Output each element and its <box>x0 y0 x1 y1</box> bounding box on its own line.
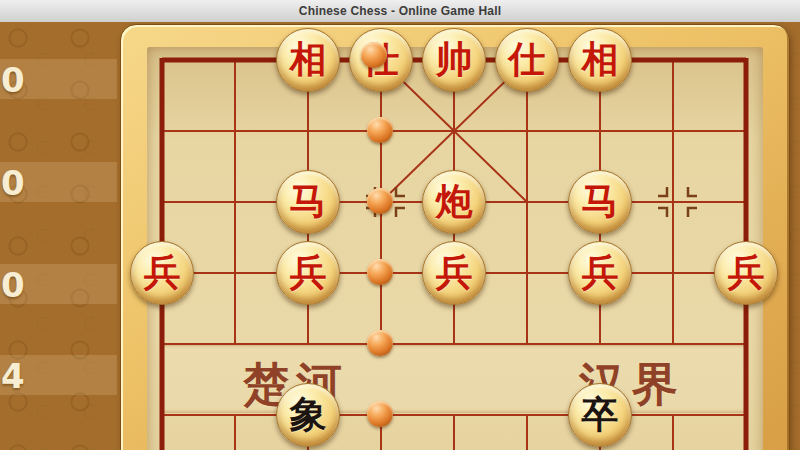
stat-value: 4 <box>1 356 25 396</box>
stat-band: 0 <box>0 264 117 304</box>
window-title: Chinese Chess - Online Game Hall <box>299 4 501 18</box>
piece-red-soldier[interactable]: 兵 <box>276 241 340 305</box>
title-bar: Chinese Chess - Online Game Hall <box>0 0 800 23</box>
piece-red-soldier[interactable]: 兵 <box>714 241 778 305</box>
stat-band: 0 <box>0 59 117 99</box>
piece-red-elephant[interactable]: 相 <box>568 28 632 92</box>
piece-red-general[interactable]: 帅 <box>422 28 486 92</box>
piece-red-horse[interactable]: 马 <box>568 170 632 234</box>
main-area: 0 0 0 4 <box>0 22 800 450</box>
stat-value: 0 <box>1 163 25 203</box>
stats-sidebar: 0 0 0 4 <box>0 22 120 450</box>
stat-value: 0 <box>1 265 25 305</box>
move-marker-ball[interactable] <box>361 42 387 68</box>
stat-value: 0 <box>1 60 25 100</box>
piece-red-cannon[interactable]: 炮 <box>422 170 486 234</box>
move-marker-ball[interactable] <box>367 330 393 356</box>
piece-red-soldier[interactable]: 兵 <box>130 241 194 305</box>
piece-red-advisor[interactable]: 仕 <box>495 28 559 92</box>
move-marker-ball[interactable] <box>367 188 393 214</box>
piece-black-soldier[interactable]: 卒 <box>568 383 632 447</box>
piece-black-elephant[interactable]: 象 <box>276 383 340 447</box>
move-marker-ball[interactable] <box>367 401 393 427</box>
piece-red-soldier[interactable]: 兵 <box>568 241 632 305</box>
stat-band: 0 <box>0 162 117 202</box>
piece-red-horse[interactable]: 马 <box>276 170 340 234</box>
move-marker-ball[interactable] <box>367 259 393 285</box>
stat-band: 4 <box>0 355 117 395</box>
piece-red-elephant[interactable]: 相 <box>276 28 340 92</box>
piece-red-soldier[interactable]: 兵 <box>422 241 486 305</box>
move-marker-ball[interactable] <box>367 117 393 143</box>
